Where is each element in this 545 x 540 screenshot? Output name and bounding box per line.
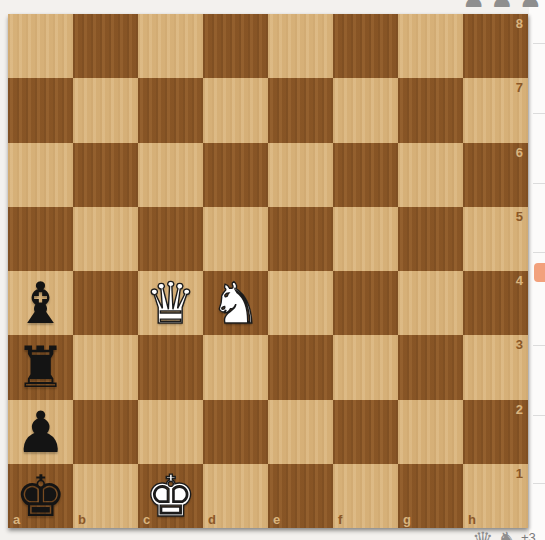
square-b7[interactable] — [73, 78, 138, 142]
captured-queen-icon: ♛ — [472, 529, 494, 540]
square-f2[interactable] — [333, 400, 398, 464]
sidebar-divider-4 — [533, 252, 545, 253]
square-c4[interactable]: ♛ — [138, 271, 203, 335]
black-king[interactable]: ♚ — [15, 464, 66, 528]
square-g7[interactable] — [398, 78, 463, 142]
rank-label-8: 8 — [516, 17, 523, 30]
sidebar-divider-2 — [533, 113, 545, 114]
black-pawn[interactable]: ♟ — [15, 400, 66, 464]
captured-pawn-icon: ♟ — [462, 0, 485, 10]
square-c8[interactable] — [138, 14, 203, 78]
square-c1[interactable]: ♚c — [138, 464, 203, 528]
square-h7[interactable]: 7 — [463, 78, 528, 142]
file-label-a: a — [13, 513, 20, 526]
white-knight[interactable]: ♞ — [210, 271, 261, 335]
square-c7[interactable] — [138, 78, 203, 142]
file-label-d: d — [208, 513, 216, 526]
square-g8[interactable] — [398, 14, 463, 78]
white-king[interactable]: ♚ — [145, 464, 196, 528]
rank-label-5: 5 — [516, 210, 523, 223]
square-c6[interactable] — [138, 143, 203, 207]
square-b2[interactable] — [73, 400, 138, 464]
square-c3[interactable] — [138, 335, 203, 399]
file-label-h: h — [468, 513, 476, 526]
white-queen[interactable]: ♛ — [145, 271, 196, 335]
square-e2[interactable] — [268, 400, 333, 464]
square-h4[interactable]: 4 — [463, 271, 528, 335]
file-label-g: g — [403, 513, 411, 526]
square-e7[interactable] — [268, 78, 333, 142]
square-h6[interactable]: 6 — [463, 143, 528, 207]
square-d6[interactable] — [203, 143, 268, 207]
square-f4[interactable] — [333, 271, 398, 335]
square-f5[interactable] — [333, 207, 398, 271]
square-a1[interactable]: ♚a — [8, 464, 73, 528]
square-f8[interactable] — [333, 14, 398, 78]
square-g4[interactable] — [398, 271, 463, 335]
square-h1[interactable]: h1 — [463, 464, 528, 528]
page: { "game": "chess", "position": { "fen": … — [0, 0, 545, 540]
captured-pawn-icon: ♟ — [490, 0, 513, 10]
square-a8[interactable] — [8, 14, 73, 78]
captured-knight-icon: ♞ — [497, 529, 519, 540]
sidebar-divider-6 — [533, 415, 545, 416]
square-h2[interactable]: 2 — [463, 400, 528, 464]
square-d7[interactable] — [203, 78, 268, 142]
square-h5[interactable]: 5 — [463, 207, 528, 271]
material-advantage: +3 — [521, 530, 536, 540]
square-h8[interactable]: 8 — [463, 14, 528, 78]
square-d1[interactable]: d — [203, 464, 268, 528]
file-label-c: c — [143, 513, 150, 526]
square-f6[interactable] — [333, 143, 398, 207]
square-g6[interactable] — [398, 143, 463, 207]
file-label-b: b — [78, 513, 86, 526]
rank-label-2: 2 — [516, 403, 523, 416]
rank-label-7: 7 — [516, 81, 523, 94]
chess-board: 8765♝♛♞4♜3♟2♚ab♚cdefgh1 — [8, 14, 528, 528]
rank-label-4: 4 — [516, 274, 523, 287]
captured-pieces-top-tray: ♟♟♟ — [462, 0, 542, 10]
rank-label-3: 3 — [516, 338, 523, 351]
square-e1[interactable]: e — [268, 464, 333, 528]
square-b6[interactable] — [73, 143, 138, 207]
square-g1[interactable]: g — [398, 464, 463, 528]
sidebar-selected-item[interactable] — [534, 263, 545, 282]
sidebar-divider-7 — [533, 483, 545, 484]
captured-pawn-icon: ♟ — [519, 0, 542, 10]
file-label-e: e — [273, 513, 280, 526]
sidebar-divider-5 — [533, 345, 545, 346]
square-f3[interactable] — [333, 335, 398, 399]
file-label-f: f — [338, 513, 342, 526]
square-e3[interactable] — [268, 335, 333, 399]
captured-pieces-bottom-tray: ♛♞+3 — [472, 529, 545, 540]
square-g5[interactable] — [398, 207, 463, 271]
square-e5[interactable] — [268, 207, 333, 271]
square-d2[interactable] — [203, 400, 268, 464]
square-d3[interactable] — [203, 335, 268, 399]
square-b5[interactable] — [73, 207, 138, 271]
square-a7[interactable] — [8, 78, 73, 142]
square-d4[interactable]: ♞ — [203, 271, 268, 335]
sidebar-divider-1 — [533, 43, 545, 44]
square-a4[interactable]: ♝ — [8, 271, 73, 335]
square-a5[interactable] — [8, 207, 73, 271]
square-e8[interactable] — [268, 14, 333, 78]
square-f1[interactable]: f — [333, 464, 398, 528]
square-a3[interactable]: ♜ — [8, 335, 73, 399]
square-h3[interactable]: 3 — [463, 335, 528, 399]
black-rook[interactable]: ♜ — [15, 335, 66, 399]
square-b4[interactable] — [73, 271, 138, 335]
sidebar-divider-3 — [533, 183, 545, 184]
square-f7[interactable] — [333, 78, 398, 142]
square-e6[interactable] — [268, 143, 333, 207]
square-d8[interactable] — [203, 14, 268, 78]
square-b1[interactable]: b — [73, 464, 138, 528]
square-e4[interactable] — [268, 271, 333, 335]
rank-label-6: 6 — [516, 146, 523, 159]
square-g2[interactable] — [398, 400, 463, 464]
square-c5[interactable] — [138, 207, 203, 271]
square-a2[interactable]: ♟ — [8, 400, 73, 464]
square-a6[interactable] — [8, 143, 73, 207]
square-d5[interactable] — [203, 207, 268, 271]
black-bishop[interactable]: ♝ — [15, 271, 66, 335]
square-c2[interactable] — [138, 400, 203, 464]
rank-label-1: 1 — [516, 467, 523, 480]
square-g3[interactable] — [398, 335, 463, 399]
square-b3[interactable] — [73, 335, 138, 399]
square-b8[interactable] — [73, 14, 138, 78]
